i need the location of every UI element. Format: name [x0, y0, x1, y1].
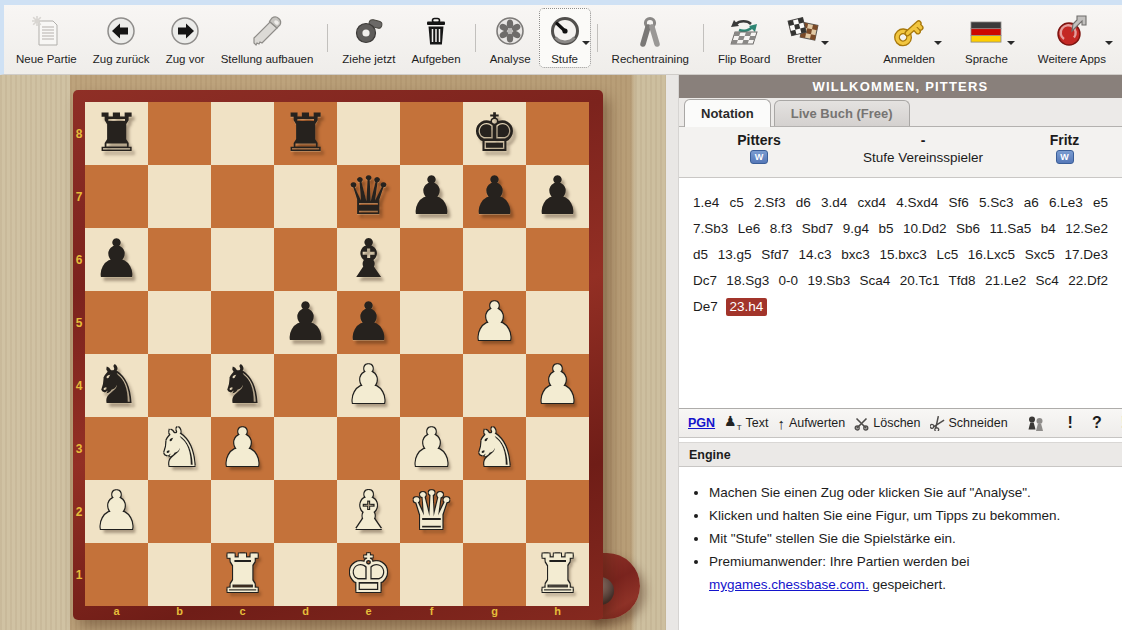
welcome-header: WILLKOMMEN, PITTERS	[679, 75, 1122, 98]
engine-hint: Mit "Stufe" stellen Sie die Spielstärke …	[709, 527, 1112, 550]
square-d8[interactable]: ♜	[274, 102, 337, 165]
back-arrow-icon	[103, 12, 139, 52]
saw-icon	[249, 12, 285, 52]
toolbar-right-group: Anmelden Sprache Weitere Apps	[875, 8, 1114, 68]
rank-label-8: 8	[73, 102, 85, 165]
toolbar-button-label: Aufgeben	[411, 53, 460, 65]
chevron-down-icon	[1105, 41, 1113, 49]
square-e2[interactable]: ♝	[337, 480, 400, 543]
square-f4[interactable]	[400, 354, 463, 417]
toolbar-button-label: Analyse	[490, 53, 531, 65]
square-h3[interactable]	[526, 417, 589, 480]
piece-white-pawn[interactable]: ♟	[337, 354, 400, 417]
square-e8[interactable]	[337, 102, 400, 165]
toolbar-button-label: Neue Partie	[16, 53, 77, 65]
piece-black-rook[interactable]: ♜	[274, 102, 337, 165]
square-c2[interactable]	[211, 480, 274, 543]
square-e7[interactable]: ♛	[337, 165, 400, 228]
delete-button[interactable]: Löschen	[854, 416, 920, 431]
key-icon	[890, 12, 928, 52]
cut-button[interactable]: Schneiden	[930, 416, 1008, 431]
piece-black-queen[interactable]: ♛	[337, 165, 400, 228]
piece-white-pawn[interactable]: ♟	[526, 354, 589, 417]
pgn-link[interactable]: PGN	[688, 416, 715, 430]
up-arrow-icon: ↑	[777, 416, 785, 431]
engine-hint-premium: Premiumanwender: Ihre Partien werden bei…	[709, 550, 1112, 596]
file-label-e: e	[337, 605, 400, 619]
chevron-down-icon	[821, 41, 829, 49]
chevron-down-icon	[582, 41, 590, 49]
level-subtitle: Stufe Vereinsspieler	[863, 150, 983, 165]
square-e5[interactable]: ♟	[337, 291, 400, 354]
calculation-training-button[interactable]: Rechentraining	[604, 8, 697, 68]
square-b8[interactable]	[148, 102, 211, 165]
square-d4[interactable]	[274, 354, 337, 417]
square-g8[interactable]: ♚	[463, 102, 526, 165]
tab-bar: Notation Live Buch (Free)	[679, 98, 1122, 127]
square-c4[interactable]: ♞	[211, 354, 274, 417]
square-b2[interactable]	[148, 480, 211, 543]
square-c5[interactable]	[211, 291, 274, 354]
piece-white-knight[interactable]: ♞	[148, 417, 211, 480]
square-a7[interactable]	[85, 165, 148, 228]
piece-black-pawn[interactable]: ♟	[526, 165, 589, 228]
toolbar-button-label: Bretter	[787, 53, 822, 65]
fan-icon	[492, 12, 528, 52]
app-window: Neue Partie Zug zurück Zug vor Stellung …	[0, 0, 1122, 630]
toolbar-button-label: Rechentraining	[612, 53, 689, 65]
square-d2[interactable]	[274, 480, 337, 543]
square-c3[interactable]: ♟	[211, 417, 274, 480]
toolbar-button-label: Stellung aufbauen	[221, 53, 314, 65]
rank-label-2: 2	[73, 480, 85, 543]
piece-black-king[interactable]: ♚	[463, 102, 526, 165]
square-e1[interactable]: ♚	[337, 543, 400, 606]
file-label-c: c	[211, 605, 274, 619]
black-player-name: Fritz	[1050, 132, 1080, 148]
setup-position-button[interactable]: Stellung aufbauen	[213, 8, 322, 68]
toolbar-button-label: Sprache	[965, 53, 1008, 65]
new-game-button[interactable]: Neue Partie	[8, 8, 85, 68]
tab-live-book[interactable]: Live Buch (Free)	[774, 100, 910, 126]
piece-black-pawn[interactable]: ♟	[337, 291, 400, 354]
engine-section-body: Machen Sie einen Zug oder klicken Sie au…	[679, 467, 1122, 630]
scissors-icon	[930, 416, 945, 431]
square-g3[interactable]: ♞	[463, 417, 526, 480]
file-label-h: h	[526, 605, 589, 619]
square-c6[interactable]	[211, 228, 274, 291]
board-pane: ♜♜♚♛♟♟♟♟♝♟♟♟♞♞♟♟♞♟♟♞♟♝♛♜♚♜ 87654321 abcd…	[0, 75, 666, 630]
boards-icon	[786, 12, 822, 52]
square-c1[interactable]: ♜	[211, 543, 274, 606]
delete-scissors-icon	[854, 416, 869, 431]
promote-button[interactable]: ↑Aufwerten	[777, 416, 845, 431]
square-h8[interactable]	[526, 102, 589, 165]
rank-label-6: 6	[73, 228, 85, 291]
square-a4[interactable]: ♞	[85, 354, 148, 417]
forward-arrow-icon	[167, 12, 203, 52]
player-web-icon[interactable]: W	[750, 150, 768, 164]
square-g5[interactable]: ♟	[463, 291, 526, 354]
piece-white-pawn[interactable]: ♟	[400, 417, 463, 480]
player-web-icon[interactable]: W	[1056, 150, 1074, 164]
square-h6[interactable]	[526, 228, 589, 291]
toolbar-button-label: Stufe	[551, 53, 578, 65]
flip-board-button[interactable]: Flip Board	[710, 8, 778, 68]
pieces-icon	[1026, 415, 1045, 432]
piece-black-pawn[interactable]: ♟	[85, 228, 148, 291]
german-flag-icon	[966, 12, 1006, 52]
square-b6[interactable]	[148, 228, 211, 291]
square-a1[interactable]	[85, 543, 148, 606]
piece-white-rook[interactable]: ♜	[526, 543, 589, 606]
file-label-d: d	[274, 605, 337, 619]
square-f2[interactable]: ♛	[400, 480, 463, 543]
square-g6[interactable]	[463, 228, 526, 291]
move-back-button[interactable]: Zug zurück	[85, 8, 158, 68]
square-a6[interactable]: ♟	[85, 228, 148, 291]
move-forward-button[interactable]: Zug vor	[158, 8, 213, 68]
flip-board-icon	[725, 12, 763, 52]
toolbar-separator	[703, 24, 704, 52]
players-separator: -	[921, 132, 926, 148]
pieces-button[interactable]	[1026, 415, 1045, 432]
square-e6[interactable]: ♝	[337, 228, 400, 291]
annotation-mistake[interactable]: ?	[1087, 414, 1107, 432]
boards-button[interactable]: Bretter	[778, 8, 830, 68]
file-label-b: b	[148, 605, 211, 619]
piece-white-pawn[interactable]: ♟	[85, 480, 148, 543]
square-h2[interactable]	[526, 480, 589, 543]
piece-white-pawn[interactable]: ♟	[211, 417, 274, 480]
move-now-button[interactable]: Ziehe jetzt	[334, 8, 403, 68]
file-label-f: f	[400, 605, 463, 619]
square-g2[interactable]	[463, 480, 526, 543]
file-label-g: g	[463, 605, 526, 619]
right-panel: WILLKOMMEN, PITTERS Notation Live Buch (…	[678, 75, 1122, 630]
square-f6[interactable]	[400, 228, 463, 291]
piece-white-pawn[interactable]: ♟	[463, 291, 526, 354]
square-g1[interactable]	[463, 543, 526, 606]
piece-black-pawn[interactable]: ♟	[463, 165, 526, 228]
square-b3[interactable]: ♞	[148, 417, 211, 480]
notation-toolbar: PGN ♟TText ↑Aufwerten Löschen Schneiden …	[679, 408, 1122, 438]
square-f7[interactable]: ♟	[400, 165, 463, 228]
square-h5[interactable]	[526, 291, 589, 354]
rank-label-7: 7	[73, 165, 85, 228]
more-apps-button[interactable]: Weitere Apps	[1030, 8, 1114, 68]
square-h4[interactable]: ♟	[526, 354, 589, 417]
piece-black-bishop[interactable]: ♝	[337, 228, 400, 291]
toolbar-button-label: Zug zurück	[93, 53, 150, 65]
file-label-a: a	[85, 605, 148, 619]
annotation-brilliant[interactable]: !!	[1116, 414, 1122, 432]
apps-arrow-icon	[1053, 12, 1091, 52]
square-a2[interactable]: ♟	[85, 480, 148, 543]
annotation-good-move[interactable]: !	[1063, 414, 1078, 432]
move-list[interactable]: 1.e4 c5 2.Sf3 d6 3.d4 cxd4 4.Sxd4 Sf6 5.…	[679, 178, 1122, 408]
piece-black-rook[interactable]: ♜	[85, 102, 148, 165]
square-c7[interactable]	[211, 165, 274, 228]
square-f8[interactable]	[400, 102, 463, 165]
toolbar-button-label: Flip Board	[718, 53, 770, 65]
rank-label-4: 4	[73, 354, 85, 417]
square-d7[interactable]	[274, 165, 337, 228]
rank-labels: 87654321	[73, 102, 85, 606]
square-b4[interactable]	[148, 354, 211, 417]
chevron-down-icon	[934, 41, 942, 49]
square-b7[interactable]	[148, 165, 211, 228]
rank-label-5: 5	[73, 291, 85, 354]
square-g4[interactable]	[463, 354, 526, 417]
square-f5[interactable]	[400, 291, 463, 354]
pane-divider	[666, 75, 678, 630]
piece-white-bishop[interactable]: ♝	[337, 480, 400, 543]
piece-black-pawn[interactable]: ♟	[274, 291, 337, 354]
piece-black-knight[interactable]: ♞	[211, 354, 274, 417]
toolbar-separator	[327, 24, 328, 52]
square-d1[interactable]	[274, 543, 337, 606]
players-header: Pitters W - Stufe Vereinsspieler Fritz W	[679, 127, 1122, 178]
gauge-icon	[547, 12, 583, 52]
pawn-text-icon: ♟T	[724, 414, 741, 432]
piece-white-rook[interactable]: ♜	[211, 543, 274, 606]
chess-board[interactable]: ♜♜♚♛♟♟♟♟♝♟♟♟♞♞♟♟♞♟♟♞♟♝♛♜♚♜	[85, 102, 589, 606]
mygames-link[interactable]: mygames.chessbase.com.	[709, 577, 869, 592]
square-b5[interactable]	[148, 291, 211, 354]
analysis-button[interactable]: Analyse	[482, 8, 539, 68]
rank-label-1: 1	[73, 543, 85, 606]
square-f3[interactable]: ♟	[400, 417, 463, 480]
square-a3[interactable]	[85, 417, 148, 480]
toolbar-separator	[597, 24, 598, 52]
trash-icon	[419, 12, 453, 52]
tab-notation[interactable]: Notation	[684, 99, 771, 127]
square-b1[interactable]	[148, 543, 211, 606]
login-button[interactable]: Anmelden	[875, 8, 943, 68]
square-e4[interactable]: ♟	[337, 354, 400, 417]
toolbar-button-label: Zug vor	[166, 53, 205, 65]
square-g7[interactable]: ♟	[463, 165, 526, 228]
piece-white-queen[interactable]: ♛	[400, 480, 463, 543]
toolbar-button-label: Anmelden	[883, 53, 935, 65]
square-e3[interactable]	[337, 417, 400, 480]
square-d3[interactable]	[274, 417, 337, 480]
square-a8[interactable]: ♜	[85, 102, 148, 165]
text-button[interactable]: ♟TText	[724, 414, 768, 432]
piece-white-knight[interactable]: ♞	[463, 417, 526, 480]
main-toolbar: Neue Partie Zug zurück Zug vor Stellung …	[0, 5, 1122, 75]
file-labels: abcdefgh	[85, 605, 589, 619]
resign-button[interactable]: Aufgeben	[403, 8, 468, 68]
piece-black-knight[interactable]: ♞	[85, 354, 148, 417]
engine-hint: Klicken und halten Sie eine Figur, um Ti…	[709, 504, 1112, 527]
moves-text[interactable]: 1.e4 c5 2.Sf3 d6 3.d4 cxd4 4.Sxd4 Sf6 5.…	[693, 195, 1108, 314]
new-document-icon	[29, 12, 63, 52]
rank-label-3: 3	[73, 417, 85, 480]
square-h1[interactable]: ♜	[526, 543, 589, 606]
toolbar-separator	[475, 24, 476, 52]
toolbar-button-label: Ziehe jetzt	[342, 53, 395, 65]
level-button[interactable]: Stufe	[539, 8, 591, 68]
hand-gripper-icon	[632, 12, 668, 52]
language-button[interactable]: Sprache	[957, 8, 1016, 68]
square-a5[interactable]	[85, 291, 148, 354]
square-d5[interactable]: ♟	[274, 291, 337, 354]
engine-section-header: Engine	[679, 442, 1122, 467]
square-f1[interactable]	[400, 543, 463, 606]
toolbar-button-label: Weitere Apps	[1038, 53, 1106, 65]
square-d6[interactable]	[274, 228, 337, 291]
whistle-icon	[351, 12, 387, 52]
chevron-down-icon	[1007, 41, 1015, 49]
piece-white-king[interactable]: ♚	[337, 543, 400, 606]
engine-hint: Machen Sie einen Zug oder klicken Sie au…	[709, 481, 1112, 504]
square-h7[interactable]: ♟	[526, 165, 589, 228]
square-c8[interactable]	[211, 102, 274, 165]
piece-black-pawn[interactable]: ♟	[400, 165, 463, 228]
white-player-name: Pitters	[737, 132, 781, 148]
current-move-highlight[interactable]: 23.h4	[726, 298, 768, 316]
